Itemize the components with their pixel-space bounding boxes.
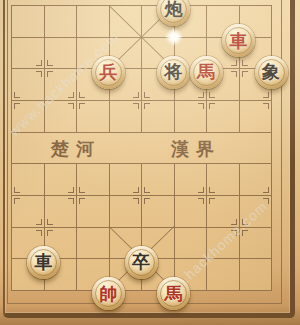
piece-red-general[interactable]: 帥 [92,277,125,310]
piece-red-chariot[interactable]: 車 [222,24,255,57]
piece-glyph: 兵 [100,63,118,81]
piece-black-soldier[interactable]: 卒 [125,246,158,279]
piece-glyph: 象 [262,63,280,81]
piece-red-horse[interactable]: 馬 [157,277,190,310]
last-move-indicator-dot [165,28,183,46]
xiangqi-board: 楚河 漢界 www.hackhome.com www.hackhome.com … [0,0,300,325]
piece-red-horse[interactable]: 馬 [190,56,223,89]
piece-glyph: 車 [230,32,248,50]
piece-glyph: 炮 [165,0,183,18]
piece-glyph: 馬 [165,285,183,303]
piece-glyph: 将 [165,63,183,81]
piece-black-cannon[interactable]: 炮 [157,0,190,26]
piece-glyph: 卒 [132,253,150,271]
piece-glyph: 馬 [197,63,215,81]
piece-black-chariot[interactable]: 車 [27,246,60,279]
piece-glyph: 帥 [100,285,118,303]
piece-black-general[interactable]: 将 [157,56,190,89]
piece-red-soldier[interactable]: 兵 [92,56,125,89]
piece-glyph: 車 [35,253,53,271]
piece-black-elephant[interactable]: 象 [255,56,288,89]
pieces-layer: 炮車兵将馬象車卒帥馬 [0,0,300,325]
